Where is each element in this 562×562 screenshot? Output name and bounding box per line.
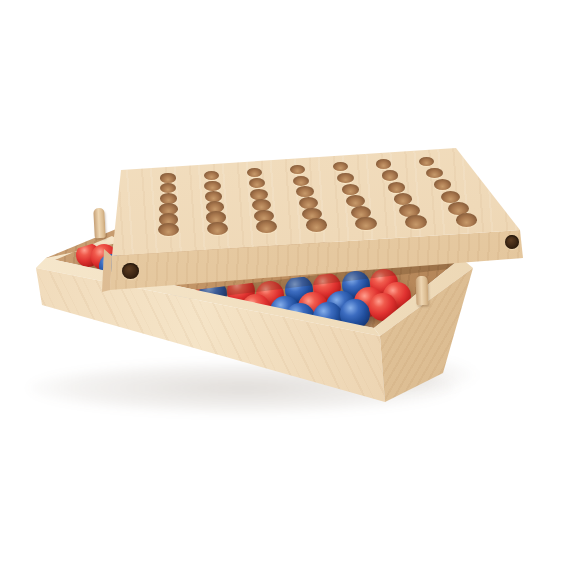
alignment-peg-right: [415, 276, 428, 305]
board-hole-r1-c4: [290, 165, 305, 174]
board-hole-r3-c3: [250, 189, 267, 200]
board-hole-r1-c3: [247, 168, 262, 177]
board-hole-r4-c6: [394, 193, 413, 205]
board-hole-r2-c5: [337, 173, 353, 183]
board-corner-peg-hole-left: [122, 263, 139, 279]
board-hole-r6-c6: [405, 215, 426, 229]
board-hole-r2-c7: [426, 168, 442, 178]
board-hole-r6-c5: [355, 217, 376, 231]
alignment-peg-left: [93, 208, 106, 239]
board-hole-r2-c4: [293, 176, 309, 186]
board-hole-r1-c2: [204, 171, 219, 180]
board-hole-r4-c4: [299, 197, 318, 209]
board-hole-r1-c7: [419, 157, 434, 166]
board-hole-r4-c7: [441, 191, 460, 203]
board-hole-r3-c6: [388, 182, 406, 193]
board-hole-r2-c2: [204, 181, 220, 191]
board-hole-r1-c1: [160, 173, 175, 182]
board-hole-r2-c6: [382, 170, 398, 180]
product-photo-connect-four: [0, 0, 562, 562]
board-hole-r6-c4: [306, 218, 327, 232]
board-hole-r4-c5: [346, 195, 365, 207]
board-corner-peg-hole-right: [505, 235, 519, 249]
board-hole-r3-c4: [296, 186, 314, 197]
board-hole-r1-c6: [376, 159, 391, 168]
board-hole-r6-c2: [207, 222, 228, 235]
